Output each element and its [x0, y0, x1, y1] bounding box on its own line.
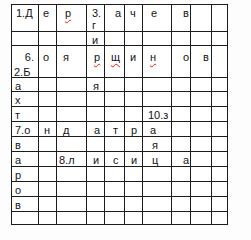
cell-r13c9[interactable]	[191, 212, 212, 225]
cell-r12c3[interactable]	[57, 197, 87, 212]
cell-content: е	[151, 7, 157, 19]
letter: а	[15, 80, 21, 92]
cell-r13c6[interactable]	[125, 212, 143, 225]
cell-r1c7[interactable]: е	[143, 5, 172, 32]
letter-misspelled: д	[63, 124, 69, 136]
cell-r1c4[interactable]: 3.г	[87, 5, 105, 32]
cell-r8c7[interactable]: я	[143, 137, 172, 152]
cell-r11c4[interactable]	[87, 182, 105, 197]
cell-r10c9[interactable]	[191, 167, 212, 182]
clue-number: 8.	[59, 154, 68, 166]
cell-r2c5[interactable]	[105, 32, 125, 46]
cell-r2c6[interactable]	[125, 32, 143, 46]
cell-r12c2[interactable]	[39, 197, 57, 212]
cell-content: а	[183, 154, 189, 166]
cell-r13c8[interactable]	[172, 212, 191, 225]
cell-content: н	[44, 124, 50, 136]
cell-r7c1[interactable]: 7.о	[12, 122, 39, 137]
cell-r8c4[interactable]	[87, 137, 105, 152]
cell-r3c1[interactable]: 6.2.Б	[12, 46, 39, 78]
cell-r4c10[interactable]	[212, 78, 228, 92]
cell-r12c5[interactable]	[105, 197, 125, 212]
cell-r11c6[interactable]	[125, 182, 143, 197]
letter-misspelled: н	[150, 51, 156, 63]
cell-r12c10[interactable]	[212, 197, 228, 212]
cell-content: о	[15, 184, 21, 196]
letter: а	[15, 154, 21, 166]
letter: л	[68, 154, 74, 166]
page: 1.Дер3.гачеви6.2.Боярщиноваяхт10.з7.онда…	[0, 0, 251, 240]
letter-misspelled: з	[163, 109, 168, 121]
cell-r2c7[interactable]	[143, 32, 172, 46]
cell-r7c3[interactable]: д	[57, 122, 87, 137]
cell-r3c10[interactable]	[212, 46, 228, 78]
cell-r10c5[interactable]	[105, 167, 125, 182]
letter: в	[203, 51, 209, 63]
cell-r13c5[interactable]	[105, 212, 125, 225]
letter-misspelled: р	[94, 51, 100, 63]
letter: я	[93, 80, 99, 92]
letter-misspelled: р	[15, 169, 21, 181]
cell-r9c1[interactable]: а	[12, 152, 39, 167]
clue-number: 6.	[14, 50, 38, 65]
cell-r5c5[interactable]	[105, 92, 125, 107]
clue-number: 7.	[15, 124, 24, 136]
cell-r9c3[interactable]: 8.л	[57, 152, 87, 167]
cell-r6c4[interactable]	[87, 107, 105, 122]
cell-r12c4[interactable]	[87, 197, 105, 212]
cell-r3c3[interactable]: я	[57, 46, 87, 78]
cell-r8c3[interactable]	[57, 137, 87, 152]
cell-content: ц	[152, 154, 158, 166]
crossword-grid: 1.Дер3.гачеви6.2.Боярщиноваяхт10.з7.онда…	[11, 4, 228, 225]
letter: а	[183, 154, 189, 166]
cell-r2c8[interactable]	[172, 32, 191, 46]
cell-r12c9[interactable]	[191, 197, 212, 212]
cell-r2c10[interactable]	[212, 32, 228, 46]
cell-r8c6[interactable]	[125, 137, 143, 152]
cell-r4c9[interactable]	[191, 78, 212, 92]
cell-r3c4[interactable]: р	[87, 46, 105, 78]
letter: и	[93, 154, 99, 166]
cell-r12c8[interactable]	[172, 197, 191, 212]
cell-content: в	[15, 139, 21, 151]
cell-r5c3[interactable]	[57, 92, 87, 107]
clue-number: 1.	[16, 7, 25, 19]
letter: ч	[130, 7, 136, 19]
cell-r6c2[interactable]	[39, 107, 57, 122]
cell-content: а	[15, 80, 21, 92]
cell-r7c9[interactable]	[191, 122, 212, 137]
cell-content: а	[94, 124, 100, 136]
cell-content: а	[15, 154, 21, 166]
cell-content: я	[63, 51, 69, 63]
cell-content: с	[113, 154, 119, 166]
cell-r6c10[interactable]	[212, 107, 228, 122]
cell-r2c2[interactable]	[39, 32, 57, 46]
letter: а	[150, 124, 156, 136]
cell-content: н	[150, 51, 156, 63]
cell-content: и	[130, 51, 136, 63]
cell-content: 7.о	[15, 124, 30, 136]
cell-content: 10.з	[148, 109, 168, 121]
cell-r12c7[interactable]	[143, 197, 172, 212]
cell-r5c8[interactable]	[172, 92, 191, 107]
cell-content: х	[15, 94, 21, 106]
letter: я	[63, 51, 69, 63]
letter: е	[43, 7, 49, 19]
cell-content: д	[63, 124, 69, 136]
cell-r1c3[interactable]: р	[57, 5, 87, 32]
cell-content: е	[43, 7, 49, 19]
cell-content: в	[15, 199, 21, 211]
letter-misspelled: ц	[152, 154, 158, 166]
letter: я	[152, 139, 158, 151]
cell-content: и	[131, 154, 137, 166]
cell-r11c5[interactable]	[105, 182, 125, 197]
cell-r13c2[interactable]	[39, 212, 57, 225]
cell-content: щ	[111, 51, 120, 63]
cell-r6c8[interactable]	[172, 107, 191, 122]
cell-r1c10[interactable]	[212, 5, 228, 32]
letter: о	[183, 51, 189, 63]
letter: о	[24, 124, 30, 136]
cell-r9c9[interactable]	[191, 152, 212, 167]
cell-r7c4[interactable]: а	[87, 122, 105, 137]
cell-r9c5[interactable]: с	[105, 152, 125, 167]
cell-r4c6[interactable]	[125, 78, 143, 92]
cell-r6c3[interactable]	[57, 107, 87, 122]
letter: в	[15, 199, 21, 211]
letter: Б	[23, 66, 30, 78]
cell-r4c1[interactable]: а	[12, 78, 39, 92]
cell-content: о	[43, 51, 49, 63]
cell-r1c1[interactable]: 1.Д	[12, 5, 39, 32]
cell-r9c4[interactable]: и	[87, 152, 105, 167]
cell-r11c10[interactable]	[212, 182, 228, 197]
cell-r8c9[interactable]	[191, 137, 212, 152]
cell-r10c2[interactable]	[39, 167, 57, 182]
cell-r2c1[interactable]	[12, 32, 39, 46]
cell-content: я	[152, 139, 158, 151]
cell-r11c2[interactable]	[39, 182, 57, 197]
cell-content: ч	[130, 7, 136, 19]
cell-content: и	[92, 34, 98, 46]
cell-r3c5[interactable]: щ	[105, 46, 125, 78]
cell-r8c10[interactable]	[212, 137, 228, 152]
cell-r2c3[interactable]	[57, 32, 87, 46]
cell-r11c9[interactable]	[191, 182, 212, 197]
cell-r12c1[interactable]: в	[12, 197, 39, 212]
letter: т	[113, 124, 118, 136]
cell-r13c4[interactable]	[87, 212, 105, 225]
cell-r7c2[interactable]: н	[39, 122, 57, 137]
cell-r7c5[interactable]: т	[105, 122, 125, 137]
cell-content: а	[115, 7, 121, 19]
cell-r7c7[interactable]: а	[143, 122, 172, 137]
cell-r4c4[interactable]: я	[87, 78, 105, 92]
clue-number: 3.	[92, 7, 104, 19]
cell-r5c2[interactable]	[39, 92, 57, 107]
letter: г	[92, 19, 96, 31]
cell-r5c4[interactable]	[87, 92, 105, 107]
cell-r13c7[interactable]	[143, 212, 172, 225]
cell-r6c9[interactable]	[191, 107, 212, 122]
cell-r5c9[interactable]	[191, 92, 212, 107]
cell-r6c6[interactable]	[125, 107, 143, 122]
cell-r9c6[interactable]: и	[125, 152, 143, 167]
cell-r3c6[interactable]: и	[125, 46, 143, 78]
cell-r8c8[interactable]	[172, 137, 191, 152]
letter-misspelled: х	[15, 94, 21, 106]
cell-content: р	[131, 124, 137, 136]
cell-content: р	[94, 51, 100, 63]
cell-r10c6[interactable]	[125, 167, 143, 182]
cell-r9c2[interactable]	[39, 152, 57, 167]
cell-r1c2[interactable]: е	[39, 5, 57, 32]
cell-r5c1[interactable]: х	[12, 92, 39, 107]
cell-r1c6[interactable]: ч	[125, 5, 143, 32]
cell-r10c10[interactable]	[212, 167, 228, 182]
cell-r4c2[interactable]	[39, 78, 57, 92]
cell-r5c10[interactable]	[212, 92, 228, 107]
cell-r7c6[interactable]: р	[125, 122, 143, 137]
cell-content: т	[15, 109, 20, 121]
cell-r10c3[interactable]	[57, 167, 87, 182]
cell-content: о	[183, 51, 189, 63]
cell-content: 1.Д	[16, 7, 33, 19]
letter: а	[94, 124, 100, 136]
letter: в	[183, 7, 189, 19]
cell-r4c8[interactable]	[172, 78, 191, 92]
letter: т	[15, 109, 20, 121]
clue-number: 2.	[14, 66, 23, 78]
cell-content: и	[93, 154, 99, 166]
letter-misspelled: н	[44, 124, 50, 136]
cell-r8c2[interactable]	[39, 137, 57, 152]
cell-r3c2[interactable]: о	[39, 46, 57, 78]
cell-r2c9[interactable]	[191, 32, 212, 46]
cell-r8c5[interactable]	[105, 137, 125, 152]
cell-r13c1[interactable]	[12, 212, 39, 225]
letter: в	[15, 139, 21, 151]
cell-content: р	[15, 169, 21, 181]
cell-r10c4[interactable]	[87, 167, 105, 182]
cell-r3c8[interactable]: о	[172, 46, 191, 78]
cell-r8c1[interactable]: в	[12, 137, 39, 152]
cell-r6c7[interactable]: 10.з	[143, 107, 172, 122]
letter-misspelled: р	[131, 124, 137, 136]
cell-r4c3[interactable]	[57, 78, 87, 92]
cell-r13c3[interactable]	[57, 212, 87, 225]
letter: Д	[25, 7, 32, 19]
cell-r4c7[interactable]	[143, 78, 172, 92]
cell-r11c7[interactable]	[143, 182, 172, 197]
cell-content: 2.Б	[14, 66, 30, 78]
cell-content: в	[203, 51, 209, 63]
cell-r10c8[interactable]	[172, 167, 191, 182]
cell-r3c7[interactable]: н	[143, 46, 172, 78]
cell-r7c10[interactable]	[212, 122, 228, 137]
cell-r10c1[interactable]: р	[12, 167, 39, 182]
cell-r9c10[interactable]	[212, 152, 228, 167]
cell-r5c6[interactable]	[125, 92, 143, 107]
cell-r1c9[interactable]	[191, 5, 212, 32]
cell-r13c10[interactable]	[212, 212, 228, 225]
letter: и	[92, 34, 98, 46]
cell-r3c9[interactable]: в	[191, 46, 212, 78]
cell-r9c8[interactable]: а	[172, 152, 191, 167]
letter: а	[115, 7, 121, 19]
cell-r12c6[interactable]	[125, 197, 143, 212]
cell-content: т	[113, 124, 118, 136]
letter: с	[113, 154, 119, 166]
cell-content: 8.л	[59, 154, 75, 166]
cell-r10c7[interactable]	[143, 167, 172, 182]
cell-r5c7[interactable]	[143, 92, 172, 107]
cell-content: г	[92, 19, 96, 31]
cell-r11c3[interactable]	[57, 182, 87, 197]
cell-r2c4[interactable]: и	[87, 32, 105, 46]
cell-r6c5[interactable]	[105, 107, 125, 122]
letter: и	[130, 51, 136, 63]
letter: о	[43, 51, 49, 63]
letter: е	[151, 7, 157, 19]
letter-misspelled: р	[65, 7, 71, 19]
cell-r11c1[interactable]: о	[12, 182, 39, 197]
cell-r1c8[interactable]: в	[172, 5, 191, 32]
cell-r7c8[interactable]	[172, 122, 191, 137]
cell-r6c1[interactable]: т	[12, 107, 39, 122]
letter: о	[15, 184, 21, 196]
cell-r9c7[interactable]: ц	[143, 152, 172, 167]
letter: и	[131, 154, 137, 166]
cell-content: а	[150, 124, 156, 136]
clue-number: 10.	[148, 109, 163, 121]
cell-r4c5[interactable]	[105, 78, 125, 92]
cell-r1c5[interactable]: а	[105, 5, 125, 32]
cell-content: я	[93, 80, 99, 92]
letter-misspelled: щ	[111, 51, 120, 63]
cell-content: в	[183, 7, 189, 19]
cell-content: р	[65, 7, 71, 19]
cell-r11c8[interactable]	[172, 182, 191, 197]
